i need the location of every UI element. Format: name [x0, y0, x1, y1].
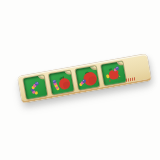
puzzle-piece-3-caterpillar-eating-apple [75, 65, 100, 90]
caterpillar [29, 81, 40, 95]
crumb [119, 75, 120, 76]
crumb [117, 78, 118, 79]
caterpillar [52, 79, 59, 91]
crumb [109, 80, 111, 82]
product-photo [0, 0, 160, 160]
puzzle-piece-1-caterpillar [23, 75, 48, 100]
puzzle-piece-2-caterpillar-and-apple [49, 70, 74, 95]
caterpillar [113, 66, 119, 71]
puzzle-board [18, 54, 152, 103]
puzzle-piece-4-eaten-apple [101, 61, 126, 86]
